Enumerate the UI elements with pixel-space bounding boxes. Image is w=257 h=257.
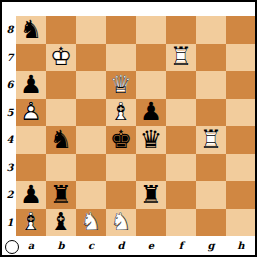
square-d7[interactable] [106,44,136,72]
piece-white-rook[interactable]: ♜♖ [198,127,224,153]
piece-black-knight[interactable]: ♞ [18,17,44,43]
file-label-g: g [196,236,226,255]
square-h5[interactable] [226,99,256,127]
square-a3[interactable] [16,154,46,182]
piece-glyph: ♝ [48,209,74,235]
rank-label-6: 6 [4,71,16,99]
square-f8[interactable] [166,16,196,44]
piece-white-king[interactable]: ♚♔ [48,44,74,70]
square-e6[interactable] [136,71,166,99]
chess-diagram: 87654321 ♞♚♔♜♖♟♛♕♟♙♝♗♟♞♚♛♜♖♟♜♜♝♗♝♞♘♞♘ ab… [0,0,257,257]
square-e3[interactable] [136,154,166,182]
file-label-c: c [76,236,106,255]
piece-black-king[interactable]: ♚ [108,127,134,153]
piece-white-knight[interactable]: ♞♘ [108,209,134,235]
square-f4[interactable] [166,126,196,154]
piece-black-queen[interactable]: ♛ [138,127,164,153]
piece-black-pawn[interactable]: ♟ [18,72,44,98]
square-d8[interactable] [106,16,136,44]
rank-label-7: 7 [4,44,16,72]
square-h7[interactable] [226,44,256,72]
square-b1[interactable]: ♝ [46,209,76,237]
piece-outline: ♘ [108,209,134,235]
square-b4[interactable]: ♞ [46,126,76,154]
piece-glyph: ♚ [108,127,134,153]
square-a6[interactable]: ♟ [16,71,46,99]
piece-white-bishop[interactable]: ♝♗ [108,99,134,125]
square-a1[interactable]: ♝♗ [16,209,46,237]
rank-label-4: 4 [4,126,16,154]
file-label-h: h [226,236,256,255]
square-g7[interactable] [196,44,226,72]
square-e2[interactable]: ♜ [136,181,166,209]
piece-glyph: ♞ [48,127,74,153]
piece-outline: ♖ [198,127,224,153]
square-c5[interactable] [76,99,106,127]
square-g6[interactable] [196,71,226,99]
piece-white-pawn[interactable]: ♟♙ [18,99,44,125]
chess-board[interactable]: ♞♚♔♜♖♟♛♕♟♙♝♗♟♞♚♛♜♖♟♜♜♝♗♝♞♘♞♘ [16,16,256,236]
square-b3[interactable] [46,154,76,182]
piece-glyph: ♟ [138,99,164,125]
piece-outline: ♕ [108,72,134,98]
square-f1[interactable] [166,209,196,237]
square-d5[interactable]: ♝♗ [106,99,136,127]
piece-glyph: ♟ [18,72,44,98]
square-f2[interactable] [166,181,196,209]
rank-label-3: 3 [4,154,16,182]
white-to-move-indicator [5,240,19,254]
square-b5[interactable] [46,99,76,127]
square-c4[interactable] [76,126,106,154]
rank-labels: 87654321 [4,16,16,236]
piece-white-rook[interactable]: ♜♖ [168,44,194,70]
square-d1[interactable]: ♞♘ [106,209,136,237]
square-c6[interactable] [76,71,106,99]
piece-black-bishop[interactable]: ♝ [48,209,74,235]
square-g8[interactable] [196,16,226,44]
piece-black-pawn[interactable]: ♟ [18,182,44,208]
piece-white-knight[interactable]: ♞♘ [78,209,104,235]
file-label-e: e [136,236,166,255]
square-d4[interactable]: ♚ [106,126,136,154]
square-h6[interactable] [226,71,256,99]
rank-label-8: 8 [4,16,16,44]
piece-outline: ♗ [18,209,44,235]
square-b6[interactable] [46,71,76,99]
square-h8[interactable] [226,16,256,44]
square-b2[interactable]: ♜ [46,181,76,209]
square-a5[interactable]: ♟♙ [16,99,46,127]
piece-glyph: ♟ [18,182,44,208]
rank-label-2: 2 [4,181,16,209]
piece-glyph: ♛ [138,127,164,153]
square-e5[interactable]: ♟ [136,99,166,127]
square-g2[interactable] [196,181,226,209]
piece-black-rook[interactable]: ♜ [48,182,74,208]
square-b8[interactable] [46,16,76,44]
file-label-f: f [166,236,196,255]
piece-outline: ♘ [78,209,104,235]
square-f7[interactable]: ♜♖ [166,44,196,72]
square-h3[interactable] [226,154,256,182]
square-c2[interactable] [76,181,106,209]
piece-outline: ♗ [108,99,134,125]
square-d2[interactable] [106,181,136,209]
piece-outline: ♔ [48,44,74,70]
square-a2[interactable]: ♟ [16,181,46,209]
piece-outline: ♖ [168,44,194,70]
piece-black-knight[interactable]: ♞ [48,127,74,153]
square-c7[interactable] [76,44,106,72]
square-f3[interactable] [166,154,196,182]
square-g1[interactable] [196,209,226,237]
square-g3[interactable] [196,154,226,182]
rank-label-5: 5 [4,99,16,127]
square-e4[interactable]: ♛ [136,126,166,154]
piece-black-rook[interactable]: ♜ [138,182,164,208]
piece-glyph: ♜ [48,182,74,208]
square-a7[interactable] [16,44,46,72]
square-g4[interactable]: ♜♖ [196,126,226,154]
square-a8[interactable]: ♞ [16,16,46,44]
square-d6[interactable]: ♛♕ [106,71,136,99]
square-c3[interactable] [76,154,106,182]
piece-glyph: ♞ [18,17,44,43]
square-h2[interactable] [226,181,256,209]
square-d3[interactable] [106,154,136,182]
rank-label-1: 1 [4,209,16,237]
file-label-a: a [16,236,46,255]
square-f6[interactable] [166,71,196,99]
square-h1[interactable] [226,209,256,237]
square-a4[interactable] [16,126,46,154]
piece-white-bishop[interactable]: ♝♗ [18,209,44,235]
square-c8[interactable] [76,16,106,44]
square-f5[interactable] [166,99,196,127]
square-h4[interactable] [226,126,256,154]
square-b7[interactable]: ♚♔ [46,44,76,72]
file-label-b: b [46,236,76,255]
piece-black-pawn[interactable]: ♟ [138,99,164,125]
square-e1[interactable] [136,209,166,237]
piece-outline: ♙ [18,99,44,125]
square-g5[interactable] [196,99,226,127]
square-e7[interactable] [136,44,166,72]
file-label-d: d [106,236,136,255]
piece-white-queen[interactable]: ♛♕ [108,72,134,98]
square-e8[interactable] [136,16,166,44]
file-labels: abcdefgh [16,236,256,255]
square-c1[interactable]: ♞♘ [76,209,106,237]
piece-glyph: ♜ [138,182,164,208]
